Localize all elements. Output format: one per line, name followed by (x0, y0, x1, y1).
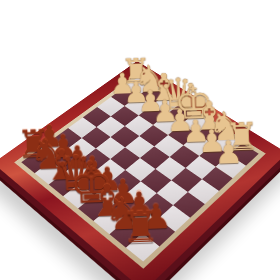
chess-board: ♜♞♝♛♚♝♞♜♟♟♟♟♟♟♟♟♟♟♟♟♟♟♟♟♜♞♝♛♚♝♞♜ (0, 61, 280, 280)
scene: ♜♞♝♛♚♝♞♜♟♟♟♟♟♟♟♟♟♟♟♟♟♟♟♟♜♞♝♛♚♝♞♜ (0, 0, 280, 280)
board-frame: ♜♞♝♛♚♝♞♜♟♟♟♟♟♟♟♟♟♟♟♟♟♟♟♟♜♞♝♛♚♝♞♜ (0, 61, 280, 280)
photo-background: ♜♞♝♛♚♝♞♜♟♟♟♟♟♟♟♟♟♟♟♟♟♟♟♟♜♞♝♛♚♝♞♜ (0, 0, 280, 280)
cream-pawn-h7[interactable]: ♟ (213, 135, 246, 168)
red-rook-h1[interactable]: ♜ (118, 205, 162, 249)
board-grid: ♜♞♝♛♚♝♞♜♟♟♟♟♟♟♟♟♟♟♟♟♟♟♟♟♜♞♝♛♚♝♞♜ (21, 78, 258, 262)
